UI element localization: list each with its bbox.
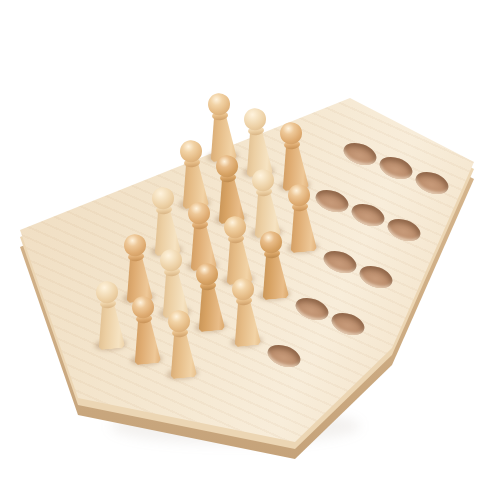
peg-head	[187, 201, 211, 225]
peg-head	[131, 295, 155, 319]
peg-head	[231, 277, 255, 301]
peg-head	[287, 183, 311, 207]
peg[interactable]	[124, 294, 166, 365]
peg[interactable]	[88, 280, 130, 351]
peg[interactable]	[224, 276, 266, 347]
peg-head	[259, 230, 283, 254]
product-photo	[0, 0, 500, 500]
peg-head	[159, 248, 183, 272]
peg-head	[215, 154, 239, 178]
peg-head	[243, 107, 267, 131]
peg[interactable]	[160, 309, 202, 380]
